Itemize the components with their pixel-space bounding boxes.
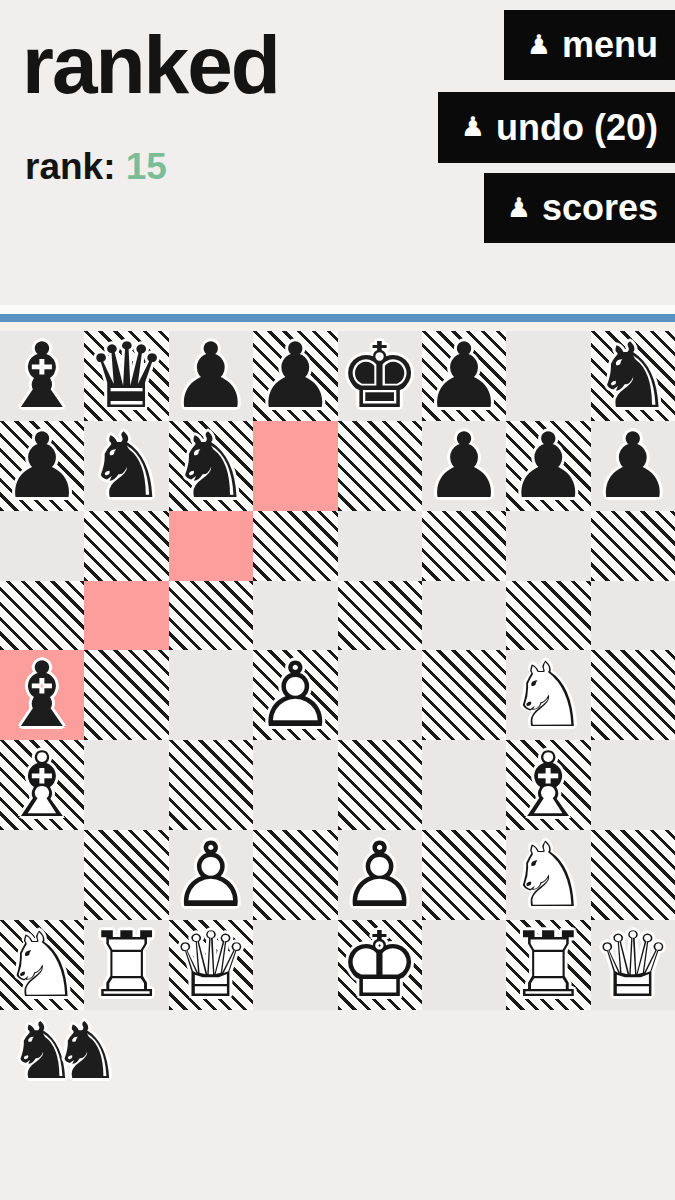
square-e8[interactable]: ♚ bbox=[338, 331, 422, 421]
board-top-divider bbox=[0, 314, 675, 322]
square-c2[interactable]: ♟♙ bbox=[169, 830, 253, 920]
square-a4[interactable]: ♝ bbox=[0, 650, 84, 740]
square-d8[interactable]: ♟ bbox=[253, 331, 337, 421]
square-h4[interactable] bbox=[591, 650, 675, 740]
square-g4[interactable]: ♞♘ bbox=[506, 650, 590, 740]
square-a7[interactable]: ♟ bbox=[0, 421, 84, 511]
square-g2[interactable]: ♞♘ bbox=[506, 830, 590, 920]
square-c4[interactable] bbox=[169, 650, 253, 740]
square-g1[interactable]: ♜♖ bbox=[506, 920, 590, 1010]
black-knight-piece: ♞ bbox=[84, 421, 168, 511]
square-a3[interactable]: ♝♗ bbox=[0, 740, 84, 830]
menu-button-label: menu bbox=[562, 24, 658, 66]
square-f4[interactable] bbox=[422, 650, 506, 740]
square-g5[interactable] bbox=[506, 581, 590, 651]
square-c8[interactable]: ♟ bbox=[169, 331, 253, 421]
square-c1[interactable]: ♛♕ bbox=[169, 920, 253, 1010]
square-e3[interactable] bbox=[338, 740, 422, 830]
black-bishop-piece: ♝ bbox=[0, 650, 84, 740]
square-b5[interactable] bbox=[84, 581, 168, 651]
divider-highlight bbox=[0, 305, 675, 314]
square-c5[interactable] bbox=[169, 581, 253, 651]
square-d2[interactable] bbox=[253, 830, 337, 920]
square-d5[interactable] bbox=[253, 581, 337, 651]
white-knight-piece: ♞♘ bbox=[506, 830, 590, 920]
black-pawn-piece: ♟ bbox=[506, 421, 590, 511]
square-g6[interactable] bbox=[506, 511, 590, 581]
square-f7[interactable]: ♟ bbox=[422, 421, 506, 511]
square-g8[interactable] bbox=[506, 331, 590, 421]
square-c7[interactable]: ♞ bbox=[169, 421, 253, 511]
square-f6[interactable] bbox=[422, 511, 506, 581]
square-h1[interactable]: ♛♕ bbox=[591, 920, 675, 1010]
square-b6[interactable] bbox=[84, 511, 168, 581]
scores-button-label: scores bbox=[542, 187, 658, 229]
white-knight-piece: ♞♘ bbox=[0, 920, 84, 1010]
square-f5[interactable] bbox=[422, 581, 506, 651]
square-e5[interactable] bbox=[338, 581, 422, 651]
black-pawn-piece: ♟ bbox=[591, 421, 675, 511]
black-pawn-piece: ♟ bbox=[169, 331, 253, 421]
square-b3[interactable] bbox=[84, 740, 168, 830]
square-h3[interactable] bbox=[591, 740, 675, 830]
square-d1[interactable] bbox=[253, 920, 337, 1010]
square-f1[interactable] bbox=[422, 920, 506, 1010]
pawn-icon: ♟ bbox=[507, 194, 531, 221]
white-rook-piece: ♜♖ bbox=[84, 920, 168, 1010]
square-f2[interactable] bbox=[422, 830, 506, 920]
black-knight-piece: ♞ bbox=[169, 421, 253, 511]
square-h6[interactable] bbox=[591, 511, 675, 581]
white-bishop-piece: ♝♗ bbox=[0, 740, 84, 830]
square-b4[interactable] bbox=[84, 650, 168, 740]
white-pawn-piece: ♟♙ bbox=[169, 830, 253, 920]
white-pawn-piece: ♟♙ bbox=[338, 830, 422, 920]
square-a5[interactable] bbox=[0, 581, 84, 651]
square-b7[interactable]: ♞ bbox=[84, 421, 168, 511]
square-b2[interactable] bbox=[84, 830, 168, 920]
black-pawn-piece: ♟ bbox=[253, 331, 337, 421]
square-d7[interactable] bbox=[253, 421, 337, 511]
undo-button-label: undo (20) bbox=[496, 107, 658, 149]
square-c6[interactable] bbox=[169, 511, 253, 581]
square-e7[interactable] bbox=[338, 421, 422, 511]
square-g3[interactable]: ♝♗ bbox=[506, 740, 590, 830]
white-bishop-piece: ♝♗ bbox=[506, 740, 590, 830]
rank-value: 15 bbox=[126, 146, 167, 187]
white-knight-piece: ♞♘ bbox=[506, 650, 590, 740]
square-h2[interactable] bbox=[591, 830, 675, 920]
square-g7[interactable]: ♟ bbox=[506, 421, 590, 511]
black-pawn-piece: ♟ bbox=[422, 421, 506, 511]
square-f3[interactable] bbox=[422, 740, 506, 830]
square-d4[interactable]: ♟♙ bbox=[253, 650, 337, 740]
square-e4[interactable] bbox=[338, 650, 422, 740]
chess-board: ♝♛♟♟♚♟♞♟♞♞♟♟♟♝♟♙♞♘♝♗♝♗♟♙♟♙♞♘♞♘♜♖♛♕♚♔♜♖♛♕ bbox=[0, 331, 675, 1010]
square-a2[interactable] bbox=[0, 830, 84, 920]
square-a6[interactable] bbox=[0, 511, 84, 581]
square-h5[interactable] bbox=[591, 581, 675, 651]
black-king-piece: ♚ bbox=[338, 331, 422, 421]
pawn-icon: ♟ bbox=[527, 31, 551, 58]
square-d6[interactable] bbox=[253, 511, 337, 581]
white-queen-piece: ♛♕ bbox=[169, 920, 253, 1010]
black-knight-piece: ♞ bbox=[591, 331, 675, 421]
black-queen-piece: ♛ bbox=[84, 331, 168, 421]
captured-black-knight: ♞ bbox=[52, 1012, 122, 1090]
square-a1[interactable]: ♞♘ bbox=[0, 920, 84, 1010]
white-king-piece: ♚♔ bbox=[338, 920, 422, 1010]
really-bad-chess-screen: ranked rank: 15 ♟ menu ♟ undo (20) ♟ sco… bbox=[0, 0, 675, 1200]
square-d3[interactable] bbox=[253, 740, 337, 830]
square-a8[interactable]: ♝ bbox=[0, 331, 84, 421]
black-pawn-piece: ♟ bbox=[0, 421, 84, 511]
divider-underline bbox=[0, 322, 675, 331]
black-pawn-piece: ♟ bbox=[422, 331, 506, 421]
menu-button[interactable]: ♟ menu bbox=[504, 10, 675, 80]
square-c3[interactable] bbox=[169, 740, 253, 830]
pawn-icon: ♟ bbox=[461, 113, 485, 140]
square-e6[interactable] bbox=[338, 511, 422, 581]
rank-label: rank: bbox=[25, 146, 115, 187]
captured-pieces-tray: ♞♞ bbox=[8, 1012, 122, 1092]
square-b8[interactable]: ♛ bbox=[84, 331, 168, 421]
square-f8[interactable]: ♟ bbox=[422, 331, 506, 421]
square-b1[interactable]: ♜♖ bbox=[84, 920, 168, 1010]
square-h7[interactable]: ♟ bbox=[591, 421, 675, 511]
black-bishop-piece: ♝ bbox=[0, 331, 84, 421]
scores-button[interactable]: ♟ scores bbox=[484, 173, 675, 243]
white-pawn-piece: ♟♙ bbox=[253, 650, 337, 740]
square-h8[interactable]: ♞ bbox=[591, 331, 675, 421]
square-e2[interactable]: ♟♙ bbox=[338, 830, 422, 920]
white-queen-piece: ♛♕ bbox=[591, 920, 675, 1010]
undo-button[interactable]: ♟ undo (20) bbox=[438, 92, 675, 163]
page-title: ranked bbox=[22, 22, 279, 108]
square-e1[interactable]: ♚♔ bbox=[338, 920, 422, 1010]
white-rook-piece: ♜♖ bbox=[506, 920, 590, 1010]
rank-indicator: rank: 15 bbox=[25, 146, 167, 188]
